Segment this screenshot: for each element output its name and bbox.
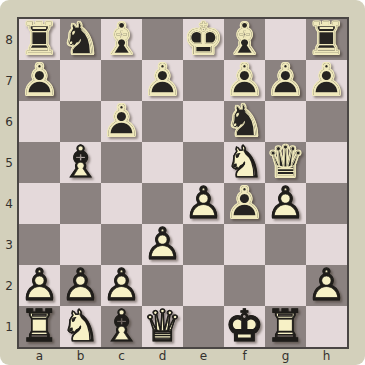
piece-glyph-detail: ♘︎	[224, 100, 265, 141]
piece-black-pawn[interactable]: ♟︎♙︎	[265, 60, 306, 101]
file-label-a: a	[36, 350, 43, 362]
square-f3[interactable]	[224, 224, 265, 265]
square-f4[interactable]: ♟︎♙︎	[224, 183, 265, 224]
square-h5[interactable]	[306, 142, 347, 183]
piece-glyph-detail: ♙︎	[224, 182, 265, 223]
file-label-b: b	[77, 350, 85, 362]
square-h2[interactable]: ♟︎♙︎	[306, 265, 347, 306]
square-h4[interactable]	[306, 183, 347, 224]
piece-glyph-detail: ♖︎	[19, 305, 60, 346]
piece-black-bishop[interactable]: ♝︎♗︎	[101, 19, 142, 60]
piece-glyph-detail: ♙︎	[183, 182, 224, 223]
piece-white-pawn[interactable]: ♟︎♙︎	[142, 224, 183, 265]
square-b8[interactable]: ♞︎♘︎	[60, 19, 101, 60]
square-d7[interactable]: ♟︎♙︎	[142, 60, 183, 101]
chess-board: ♜︎♖︎♞︎♘︎♝︎♗︎♚︎♔︎♝︎♗︎♜︎♖︎♟︎♙︎♟︎♙︎♟︎♙︎♟︎♙︎…	[17, 17, 349, 349]
piece-glyph-detail: ♙︎	[19, 59, 60, 100]
piece-white-knight[interactable]: ♞︎♘︎	[60, 306, 101, 347]
square-b5[interactable]: ♝︎♗︎	[60, 142, 101, 183]
piece-black-pawn[interactable]: ♟︎♙︎	[101, 101, 142, 142]
square-e7[interactable]	[183, 60, 224, 101]
square-f1[interactable]: ♚︎♔︎	[224, 306, 265, 347]
square-e1[interactable]	[183, 306, 224, 347]
piece-glyph-detail: ♘︎	[60, 305, 101, 346]
square-b7[interactable]	[60, 60, 101, 101]
square-d1[interactable]: ♛︎♕︎	[142, 306, 183, 347]
piece-white-king[interactable]: ♚︎♔︎	[224, 306, 265, 347]
piece-glyph-detail: ♙︎	[306, 59, 347, 100]
piece-glyph-detail: ♕︎	[265, 141, 306, 182]
square-g1[interactable]: ♜︎♖︎	[265, 306, 306, 347]
piece-black-pawn[interactable]: ♟︎♙︎	[19, 60, 60, 101]
square-e4[interactable]: ♟︎♙︎	[183, 183, 224, 224]
file-label-h: h	[323, 350, 331, 362]
square-h6[interactable]	[306, 101, 347, 142]
square-d6[interactable]	[142, 101, 183, 142]
file-label-g: g	[282, 350, 290, 362]
file-label-d: d	[159, 350, 167, 362]
square-b1[interactable]: ♞︎♘︎	[60, 306, 101, 347]
rank-label-4: 4	[5, 198, 13, 210]
square-c6[interactable]: ♟︎♙︎	[101, 101, 142, 142]
square-c4[interactable]	[101, 183, 142, 224]
piece-glyph-detail: ♙︎	[142, 223, 183, 264]
rank-label-3: 3	[5, 239, 13, 251]
file-label-c: c	[118, 350, 125, 362]
square-d3[interactable]: ♟︎♙︎	[142, 224, 183, 265]
piece-glyph-detail: ♘︎	[224, 141, 265, 182]
piece-glyph-detail: ♗︎	[101, 18, 142, 59]
piece-white-pawn[interactable]: ♟︎♙︎	[183, 183, 224, 224]
piece-black-pawn[interactable]: ♟︎♙︎	[306, 60, 347, 101]
square-a7[interactable]: ♟︎♙︎	[19, 60, 60, 101]
piece-glyph-detail: ♙︎	[60, 264, 101, 305]
square-c8[interactable]: ♝︎♗︎	[101, 19, 142, 60]
file-label-e: e	[200, 350, 207, 362]
square-d5[interactable]	[142, 142, 183, 183]
piece-glyph-detail: ♗︎	[60, 141, 101, 182]
square-g3[interactable]	[265, 224, 306, 265]
piece-glyph-detail: ♙︎	[265, 182, 306, 223]
piece-glyph-detail: ♙︎	[224, 59, 265, 100]
piece-glyph-detail: ♙︎	[101, 100, 142, 141]
board-panel: 87654321 abcdefgh ♜︎♖︎♞︎♘︎♝︎♗︎♚︎♔︎♝︎♗︎♜︎…	[0, 0, 365, 365]
piece-black-pawn[interactable]: ♟︎♙︎	[224, 183, 265, 224]
rank-label-2: 2	[5, 280, 13, 292]
square-g7[interactable]: ♟︎♙︎	[265, 60, 306, 101]
piece-glyph-detail: ♙︎	[142, 59, 183, 100]
piece-glyph-detail: ♙︎	[306, 264, 347, 305]
piece-glyph-detail: ♙︎	[265, 59, 306, 100]
piece-white-bishop[interactable]: ♝︎♗︎	[101, 306, 142, 347]
piece-white-rook[interactable]: ♜︎♖︎	[19, 306, 60, 347]
piece-glyph-detail: ♖︎	[265, 305, 306, 346]
square-a1[interactable]: ♜︎♖︎	[19, 306, 60, 347]
rank-label-7: 7	[5, 75, 13, 87]
piece-white-rook[interactable]: ♜︎♖︎	[265, 306, 306, 347]
piece-glyph-detail: ♘︎	[60, 18, 101, 59]
square-a6[interactable]	[19, 101, 60, 142]
piece-glyph-detail: ♕︎	[142, 305, 183, 346]
square-g4[interactable]: ♟︎♙︎	[265, 183, 306, 224]
piece-glyph-detail: ♙︎	[19, 264, 60, 305]
square-h7[interactable]: ♟︎♙︎	[306, 60, 347, 101]
piece-glyph-detail: ♔︎	[224, 305, 265, 346]
piece-glyph-detail: ♖︎	[19, 18, 60, 59]
square-e8[interactable]: ♚︎♔︎	[183, 19, 224, 60]
square-h1[interactable]	[306, 306, 347, 347]
square-c1[interactable]: ♝︎♗︎	[101, 306, 142, 347]
piece-black-pawn[interactable]: ♟︎♙︎	[142, 60, 183, 101]
rank-label-5: 5	[5, 157, 13, 169]
rank-label-1: 1	[5, 321, 13, 333]
square-a4[interactable]	[19, 183, 60, 224]
piece-black-knight[interactable]: ♞︎♘︎	[60, 19, 101, 60]
square-e6[interactable]	[183, 101, 224, 142]
piece-glyph-detail: ♖︎	[306, 18, 347, 59]
file-label-f: f	[242, 350, 246, 362]
square-b4[interactable]	[60, 183, 101, 224]
rank-label-8: 8	[5, 34, 13, 46]
piece-glyph-detail: ♔︎	[183, 18, 224, 59]
piece-white-bishop[interactable]: ♝︎♗︎	[60, 142, 101, 183]
square-e3[interactable]	[183, 224, 224, 265]
piece-glyph-detail: ♙︎	[101, 264, 142, 305]
square-a5[interactable]	[19, 142, 60, 183]
piece-glyph-detail: ♗︎	[224, 18, 265, 59]
piece-black-king[interactable]: ♚︎♔︎	[183, 19, 224, 60]
piece-glyph-detail: ♗︎	[101, 305, 142, 346]
piece-white-queen[interactable]: ♛︎♕︎	[142, 306, 183, 347]
rank-label-6: 6	[5, 116, 13, 128]
piece-white-pawn[interactable]: ♟︎♙︎	[306, 265, 347, 306]
square-c5[interactable]	[101, 142, 142, 183]
square-e2[interactable]	[183, 265, 224, 306]
piece-white-pawn[interactable]: ♟︎♙︎	[265, 183, 306, 224]
